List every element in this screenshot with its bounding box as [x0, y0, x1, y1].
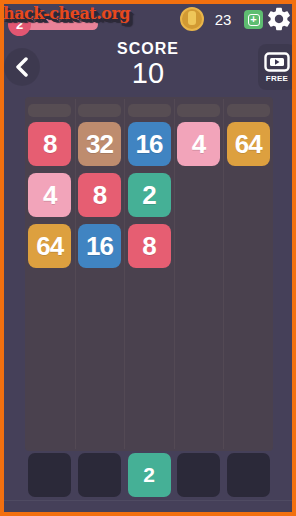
- tile-8[interactable]: 8: [28, 122, 71, 166]
- watermark: hack-cheat.org: [3, 4, 130, 23]
- tile-4[interactable]: 4: [28, 173, 71, 217]
- column-divider: [124, 99, 125, 449]
- free-button-label: FREE: [266, 74, 289, 83]
- tile-2[interactable]: 2: [128, 173, 171, 217]
- column-top-tab: [177, 104, 220, 117]
- coin-count: 23: [208, 11, 238, 28]
- score-value: 10: [0, 57, 296, 90]
- column-top-tab: [227, 104, 270, 117]
- back-chevron-icon: [15, 57, 29, 77]
- back-button[interactable]: [4, 48, 40, 86]
- game-board[interactable]: 8321646448264168: [25, 97, 273, 451]
- bottom-separator: [4, 500, 292, 501]
- tile-8[interactable]: 8: [128, 224, 171, 268]
- tile-slot: [78, 453, 121, 497]
- app-screen: 2 hack-cheat.org 23 + SCORE 10 FREE 8321…: [0, 0, 296, 516]
- free-video-button[interactable]: FREE: [258, 44, 296, 90]
- column-top-tab: [78, 104, 121, 117]
- coin-icon-center: [188, 11, 196, 25]
- tile-64[interactable]: 64: [28, 224, 71, 268]
- add-coins-button[interactable]: +: [244, 10, 263, 29]
- tile-16[interactable]: 16: [128, 122, 171, 166]
- tile-16[interactable]: 16: [78, 224, 121, 268]
- coin-icon: [180, 7, 204, 31]
- tile-8[interactable]: 8: [78, 173, 121, 217]
- score-label: SCORE: [0, 40, 296, 58]
- next-tile[interactable]: 2: [128, 453, 171, 497]
- tile-slot: [28, 453, 71, 497]
- gear-icon: [265, 5, 293, 33]
- tile-32[interactable]: 32: [78, 122, 121, 166]
- column-top-tab: [28, 104, 71, 117]
- column-top-tab: [128, 104, 171, 117]
- tile-64[interactable]: 64: [227, 122, 270, 166]
- column-divider: [75, 99, 76, 449]
- plus-icon: +: [248, 14, 260, 26]
- column-divider: [223, 99, 224, 449]
- tile-4[interactable]: 4: [177, 122, 220, 166]
- tile-slot: [227, 453, 270, 497]
- video-ad-icon: [264, 52, 290, 72]
- tile-slot: [177, 453, 220, 497]
- settings-button[interactable]: [265, 5, 293, 33]
- column-divider: [174, 99, 175, 449]
